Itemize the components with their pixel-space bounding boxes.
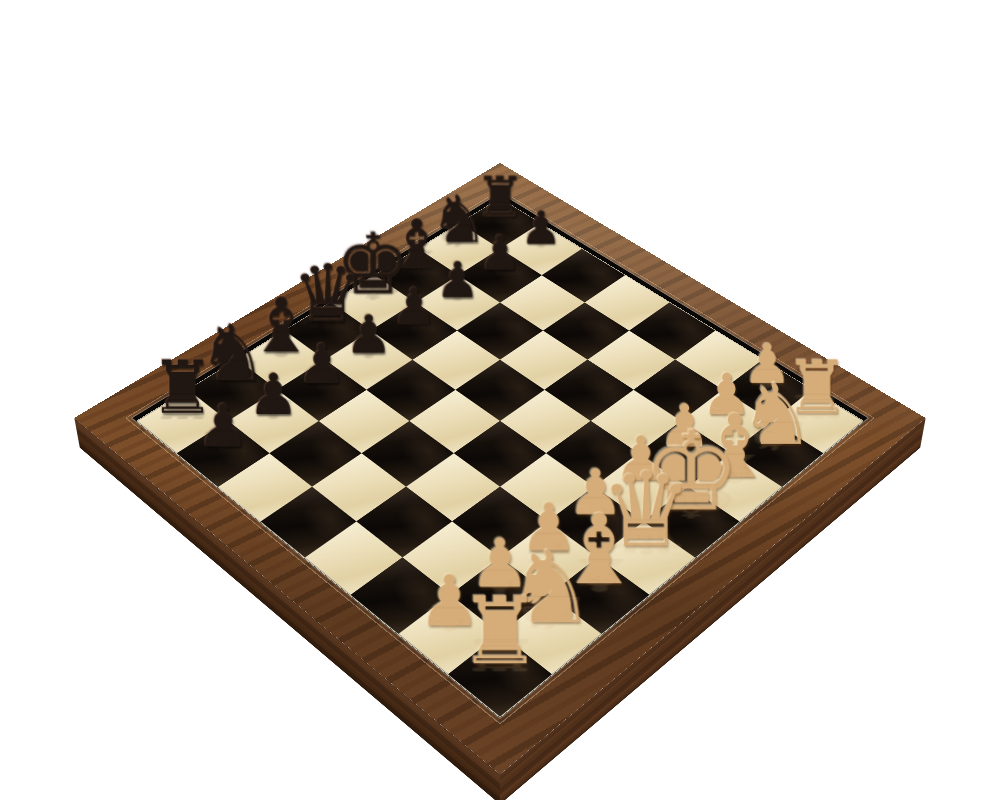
board-border-band: ♜♟♟♜♞♟♟♞♝♟♟♝♚♟♟♚♛♟♟♛♝♟♟♝♞♟♟♞♜♟♟♜	[131, 193, 869, 719]
square-d4[interactable]	[454, 421, 546, 487]
piece-black-pawn-h7[interactable]: ♟	[520, 205, 561, 251]
square-a1[interactable]: ♜	[448, 634, 551, 717]
board-squares: ♜♟♟♜♞♟♟♞♝♟♟♝♚♟♟♚♛♟♟♛♝♟♟♝♞♟♟♞♜♟♟♜	[136, 198, 864, 718]
piece-black-pawn-f7[interactable]: ♟	[435, 255, 479, 305]
piece-black-pawn-c7[interactable]: ♟	[297, 337, 346, 392]
piece-black-pawn-a7[interactable]: ♟	[197, 396, 250, 455]
piece-black-pawn-b7[interactable]: ♟	[248, 366, 299, 423]
square-h4[interactable]	[629, 302, 715, 359]
piece-black-pawn-g7[interactable]: ♟	[479, 229, 522, 277]
product-photo-scene: ♜♟♟♜♞♟♟♞♝♟♟♝♚♟♟♚♛♟♟♛♝♟♟♝♞♟♟♞♜♟♟♜	[0, 0, 1000, 800]
piece-black-pawn-d7[interactable]: ♟	[345, 309, 393, 362]
chess-board: ♜♟♟♜♞♟♟♞♝♟♟♝♚♟♟♚♛♟♟♛♝♟♟♝♞♟♟♞♜♟♟♜	[74, 163, 925, 774]
piece-white-rook-a1[interactable]: ♜	[458, 584, 542, 678]
square-b6[interactable]	[269, 421, 361, 487]
piece-black-pawn-e7[interactable]: ♟	[391, 281, 437, 332]
